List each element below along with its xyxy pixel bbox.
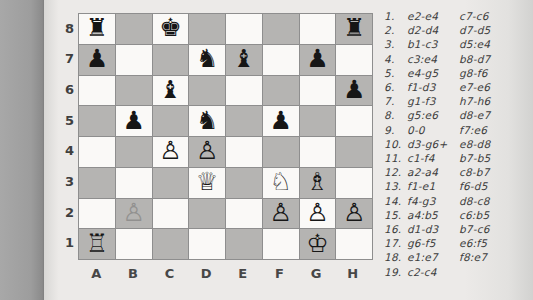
white-move: f1-e1 bbox=[407, 179, 459, 193]
move-number: 5. bbox=[384, 66, 407, 80]
board-square-a8[interactable]: ♜ bbox=[79, 14, 115, 44]
move-row-9: 9.0-0f7:e6 bbox=[384, 123, 526, 137]
black-move: g8-f6 bbox=[459, 66, 526, 80]
move-number: 11. bbox=[384, 151, 407, 165]
file-label-b: B bbox=[115, 260, 152, 286]
board-square-a5[interactable] bbox=[79, 106, 115, 136]
black-move: f8:e7 bbox=[459, 250, 526, 264]
board-square-e4[interactable] bbox=[226, 137, 262, 167]
move-number: 7. bbox=[384, 94, 407, 108]
board-square-b1[interactable] bbox=[116, 229, 152, 259]
move-list: 1.e2-e4c7-c62.d2-d4d7-d53.b1-c3d5:e44.c3… bbox=[384, 9, 526, 279]
white-move: c2-c4 bbox=[407, 265, 459, 279]
white-move: e2-e4 bbox=[407, 9, 459, 23]
black-knight-piece[interactable]: ♞ bbox=[196, 46, 218, 71]
move-row-11: 11.c1-f4b7-b5 bbox=[384, 151, 526, 165]
black-rook-piece[interactable]: ♜ bbox=[343, 15, 365, 40]
board-square-e1[interactable] bbox=[226, 229, 262, 259]
rank-labels: 87654321 bbox=[58, 13, 74, 258]
board-square-h6[interactable]: ♟ bbox=[336, 76, 372, 106]
move-number: 10. bbox=[384, 137, 407, 151]
move-row-14: 14.f4-g3d8-c8 bbox=[384, 194, 526, 208]
file-label-a: A bbox=[78, 260, 115, 286]
white-pawn-piece[interactable]: ♙ bbox=[159, 138, 181, 163]
white-king-piece[interactable]: ♔ bbox=[306, 231, 328, 256]
board-square-h2[interactable]: ♙ bbox=[336, 199, 372, 229]
rank-label-7: 7 bbox=[58, 44, 74, 75]
board-square-d3[interactable]: ♕ bbox=[189, 168, 225, 198]
black-knight-piece[interactable]: ♞ bbox=[196, 108, 218, 133]
white-move: g1-f3 bbox=[407, 94, 459, 108]
black-move: f6-d5 bbox=[459, 179, 526, 193]
white-move: d2-d4 bbox=[407, 23, 459, 37]
board-square-d1[interactable] bbox=[189, 229, 225, 259]
move-row-1: 1.e2-e4c7-c6 bbox=[384, 9, 526, 23]
black-move: e8-d8 bbox=[459, 137, 526, 151]
board-square-e3[interactable] bbox=[226, 168, 262, 198]
game-panel: 87654321 ♜♚♜♟♞♝♟♝♟♟♞♟♙♙♕♘♗♙♙♙♙♖♔ ABCDEFG… bbox=[44, 0, 533, 300]
white-move: d3-g6+ bbox=[407, 137, 459, 151]
board-square-a4[interactable] bbox=[79, 137, 115, 167]
board-square-h3[interactable] bbox=[336, 168, 372, 198]
move-number: 9. bbox=[384, 123, 407, 137]
board-square-g2[interactable]: ♙ bbox=[300, 199, 336, 229]
move-number: 1. bbox=[384, 9, 407, 23]
board-square-g5[interactable] bbox=[300, 106, 336, 136]
black-move: b7-b5 bbox=[459, 151, 526, 165]
board-square-g3[interactable]: ♗ bbox=[300, 168, 336, 198]
board-square-f8[interactable] bbox=[263, 14, 299, 44]
move-row-15: 15.a4:b5c6:b5 bbox=[384, 208, 526, 222]
board-square-a6[interactable] bbox=[79, 76, 115, 106]
board-square-c3[interactable] bbox=[153, 168, 189, 198]
move-row-8: 8.g5:e6d8-e7 bbox=[384, 108, 526, 122]
board-square-b5[interactable]: ♟ bbox=[116, 106, 152, 136]
board-square-d2[interactable] bbox=[189, 199, 225, 229]
black-bishop-piece[interactable]: ♝ bbox=[159, 77, 181, 102]
black-move: c6:b5 bbox=[459, 208, 526, 222]
white-move: b1-c3 bbox=[407, 37, 459, 51]
move-row-19: 19.c2-c4 bbox=[384, 265, 526, 279]
board-square-h7[interactable] bbox=[336, 45, 372, 75]
rank-label-5: 5 bbox=[58, 105, 74, 136]
move-row-13: 13.f1-e1f6-d5 bbox=[384, 179, 526, 193]
move-number: 17. bbox=[384, 236, 407, 250]
move-number: 16. bbox=[384, 222, 407, 236]
white-move: a2-a4 bbox=[407, 165, 459, 179]
black-bishop-piece[interactable]: ♝ bbox=[233, 46, 255, 71]
board-square-g8[interactable] bbox=[300, 14, 336, 44]
move-number: 6. bbox=[384, 80, 407, 94]
board-square-f3[interactable]: ♘ bbox=[263, 168, 299, 198]
chess-board-area: 87654321 ♜♚♜♟♞♝♟♝♟♟♞♟♙♙♕♘♗♙♙♙♙♖♔ ABCDEFG… bbox=[78, 13, 373, 260]
move-row-2: 2.d2-d4d7-d5 bbox=[384, 23, 526, 37]
rank-label-3: 3 bbox=[58, 166, 74, 197]
black-pawn-piece[interactable]: ♟ bbox=[306, 46, 328, 71]
black-pawn-piece[interactable]: ♟ bbox=[343, 77, 365, 102]
board-square-c8[interactable]: ♚ bbox=[153, 14, 189, 44]
move-number: 8. bbox=[384, 108, 407, 122]
white-move: e1:e7 bbox=[407, 250, 459, 264]
white-rook-piece[interactable]: ♖ bbox=[86, 231, 108, 256]
white-pawn-piece[interactable]: ♙ bbox=[343, 200, 365, 225]
black-move: e7-e6 bbox=[459, 80, 526, 94]
white-move: g6-f5 bbox=[407, 236, 459, 250]
board-square-f4[interactable] bbox=[263, 137, 299, 167]
board-square-c7[interactable] bbox=[153, 45, 189, 75]
move-number: 18. bbox=[384, 250, 407, 264]
left-letterbox-bar bbox=[0, 0, 44, 300]
white-move: c1-f4 bbox=[407, 151, 459, 165]
white-bishop-piece[interactable]: ♗ bbox=[306, 169, 328, 194]
board-square-f6[interactable] bbox=[263, 76, 299, 106]
move-row-6: 6.f1-d3e7-e6 bbox=[384, 80, 526, 94]
black-move: d8-c8 bbox=[459, 194, 526, 208]
white-move: a4:b5 bbox=[407, 208, 459, 222]
file-labels: ABCDEFGH bbox=[78, 260, 371, 286]
white-pawn-piece[interactable]: ♙ bbox=[269, 200, 291, 225]
white-pawn-piece[interactable]: ♙ bbox=[306, 200, 328, 225]
file-label-c: C bbox=[151, 260, 188, 286]
board-square-f1[interactable] bbox=[263, 229, 299, 259]
black-move: d8-e7 bbox=[459, 108, 526, 122]
file-label-f: F bbox=[261, 260, 298, 286]
move-row-16: 16.d1-d3b7-c6 bbox=[384, 222, 526, 236]
black-move: h7-h6 bbox=[459, 94, 526, 108]
file-label-g: G bbox=[298, 260, 335, 286]
rank-label-2: 2 bbox=[58, 197, 74, 228]
black-move bbox=[459, 265, 526, 279]
white-move: f1-d3 bbox=[407, 80, 459, 94]
white-move: g5:e6 bbox=[407, 108, 459, 122]
board-square-b3[interactable] bbox=[116, 168, 152, 198]
board-square-e7[interactable]: ♝ bbox=[226, 45, 262, 75]
board-square-c2[interactable] bbox=[153, 199, 189, 229]
board-square-d4[interactable]: ♙ bbox=[189, 137, 225, 167]
board-square-g1[interactable]: ♔ bbox=[300, 229, 336, 259]
board-square-d8[interactable] bbox=[189, 14, 225, 44]
board-square-a7[interactable]: ♟ bbox=[79, 45, 115, 75]
white-move: d1-d3 bbox=[407, 222, 459, 236]
board-square-e6[interactable] bbox=[226, 76, 262, 106]
white-pawn-piece[interactable]: ♙ bbox=[196, 138, 218, 163]
move-row-3: 3.b1-c3d5:e4 bbox=[384, 37, 526, 51]
file-label-h: H bbox=[334, 260, 371, 286]
board-square-a3[interactable] bbox=[79, 168, 115, 198]
move-number: 12. bbox=[384, 165, 407, 179]
move-row-18: 18.e1:e7f8:e7 bbox=[384, 250, 526, 264]
board-square-b7[interactable] bbox=[116, 45, 152, 75]
board-square-c5[interactable] bbox=[153, 106, 189, 136]
board-square-e2[interactable] bbox=[226, 199, 262, 229]
file-label-d: D bbox=[188, 260, 225, 286]
black-move: b7-c6 bbox=[459, 222, 526, 236]
black-pawn-piece[interactable]: ♟ bbox=[269, 108, 291, 133]
white-knight-piece[interactable]: ♘ bbox=[269, 169, 291, 194]
board-square-c6[interactable]: ♝ bbox=[153, 76, 189, 106]
black-move: e6:f5 bbox=[459, 236, 526, 250]
white-queen-piece[interactable]: ♕ bbox=[196, 169, 218, 194]
black-move: d5:e4 bbox=[459, 37, 526, 51]
black-move: c7-c6 bbox=[459, 9, 526, 23]
move-row-10: 10.d3-g6+e8-d8 bbox=[384, 137, 526, 151]
board-square-h1[interactable] bbox=[336, 229, 372, 259]
board-square-f5[interactable]: ♟ bbox=[263, 106, 299, 136]
move-row-7: 7.g1-f3h7-h6 bbox=[384, 94, 526, 108]
file-label-e: E bbox=[225, 260, 262, 286]
black-move: c8-b7 bbox=[459, 165, 526, 179]
board-square-d7[interactable]: ♞ bbox=[189, 45, 225, 75]
rank-label-8: 8 bbox=[58, 13, 74, 44]
board-square-f7[interactable] bbox=[263, 45, 299, 75]
move-row-4: 4.c3:e4b8-d7 bbox=[384, 52, 526, 66]
board-square-c1[interactable] bbox=[153, 229, 189, 259]
board-square-b4[interactable] bbox=[116, 137, 152, 167]
board-square-e8[interactable] bbox=[226, 14, 262, 44]
board-square-d6[interactable] bbox=[189, 76, 225, 106]
board-square-g6[interactable] bbox=[300, 76, 336, 106]
board-square-g7[interactable]: ♟ bbox=[300, 45, 336, 75]
black-move: f7:e6 bbox=[459, 123, 526, 137]
black-pawn-piece[interactable]: ♟ bbox=[86, 46, 108, 71]
board-square-h5[interactable] bbox=[336, 106, 372, 136]
board-square-b8[interactable] bbox=[116, 14, 152, 44]
move-row-12: 12.a2-a4c8-b7 bbox=[384, 165, 526, 179]
board-square-h8[interactable]: ♜ bbox=[336, 14, 372, 44]
rank-label-6: 6 bbox=[58, 74, 74, 105]
move-number: 14. bbox=[384, 194, 407, 208]
move-number: 19. bbox=[384, 265, 407, 279]
move-number: 4. bbox=[384, 52, 407, 66]
rank-label-1: 1 bbox=[58, 227, 74, 258]
board-square-h4[interactable] bbox=[336, 137, 372, 167]
black-rook-piece[interactable]: ♜ bbox=[86, 15, 108, 40]
black-move: b8-d7 bbox=[459, 52, 526, 66]
board-square-b2[interactable]: ♙ bbox=[116, 199, 152, 229]
move-number: 3. bbox=[384, 37, 407, 51]
board-square-a1[interactable]: ♖ bbox=[79, 229, 115, 259]
board-square-g4[interactable] bbox=[300, 137, 336, 167]
white-move: e4-g5 bbox=[407, 66, 459, 80]
move-number: 15. bbox=[384, 208, 407, 222]
move-row-17: 17.g6-f5e6:f5 bbox=[384, 236, 526, 250]
chess-board[interactable]: ♜♚♜♟♞♝♟♝♟♟♞♟♙♙♕♘♗♙♙♙♙♖♔ bbox=[78, 13, 373, 260]
white-move: c3:e4 bbox=[407, 52, 459, 66]
black-pawn-piece[interactable]: ♟ bbox=[122, 108, 144, 133]
white-move: 0-0 bbox=[407, 123, 459, 137]
black-king-piece[interactable]: ♚ bbox=[159, 15, 181, 40]
app-screen: 87654321 ♜♚♜♟♞♝♟♝♟♟♞♟♙♙♕♘♗♙♙♙♙♖♔ ABCDEFG… bbox=[0, 0, 533, 300]
board-square-c4[interactable]: ♙ bbox=[153, 137, 189, 167]
board-square-e5[interactable] bbox=[226, 106, 262, 136]
move-row-5: 5.e4-g5g8-f6 bbox=[384, 66, 526, 80]
move-number: 2. bbox=[384, 23, 407, 37]
white-move: f4-g3 bbox=[407, 194, 459, 208]
move-number: 13. bbox=[384, 179, 407, 193]
board-square-f2[interactable]: ♙ bbox=[263, 199, 299, 229]
white-pawn-piece[interactable]: ♙ bbox=[122, 200, 144, 225]
board-square-b6[interactable] bbox=[116, 76, 152, 106]
black-move: d7-d5 bbox=[459, 23, 526, 37]
board-square-a2[interactable] bbox=[79, 199, 115, 229]
board-square-d5[interactable]: ♞ bbox=[189, 106, 225, 136]
rank-label-4: 4 bbox=[58, 136, 74, 167]
